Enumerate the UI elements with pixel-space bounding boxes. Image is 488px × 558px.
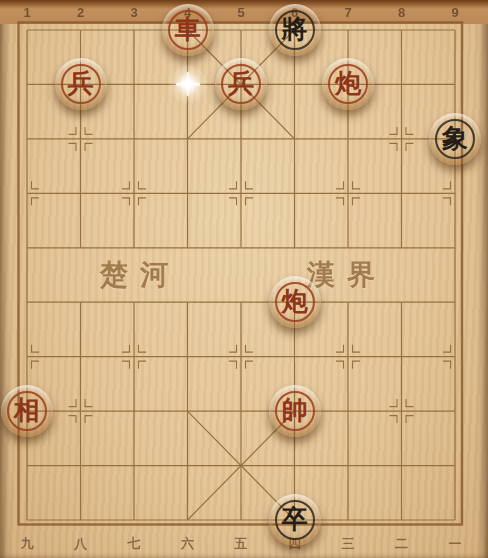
piece-character: 相	[14, 397, 40, 423]
piece-character: 帥	[282, 397, 308, 423]
piece-character: 兵	[228, 70, 254, 96]
piece-red-cannon-b[interactable]: 炮	[269, 276, 321, 328]
piece-character: 炮	[282, 288, 308, 314]
piece-character: 炮	[335, 70, 361, 96]
piece-character: 卒	[282, 506, 308, 532]
piece-red-elephant[interactable]: 相	[1, 385, 53, 437]
piece-red-general[interactable]: 帥	[269, 385, 321, 437]
xiangqi-board: 楚河 漢界 123456789 九八七六五四三二一 車將兵兵炮象炮相帥卒	[0, 0, 488, 558]
piece-red-chariot[interactable]: 車	[162, 4, 214, 56]
river-label-left: 楚河	[100, 261, 180, 289]
river-label-right: 漢界	[307, 261, 387, 289]
piece-character: 車	[175, 16, 201, 42]
piece-black-soldier[interactable]: 卒	[269, 494, 321, 546]
piece-character: 象	[442, 125, 468, 151]
piece-character: 兵	[68, 70, 94, 96]
piece-character: 將	[282, 16, 308, 42]
piece-black-general[interactable]: 將	[269, 4, 321, 56]
piece-red-soldier-a[interactable]: 兵	[55, 58, 107, 110]
piece-black-elephant[interactable]: 象	[429, 113, 481, 165]
